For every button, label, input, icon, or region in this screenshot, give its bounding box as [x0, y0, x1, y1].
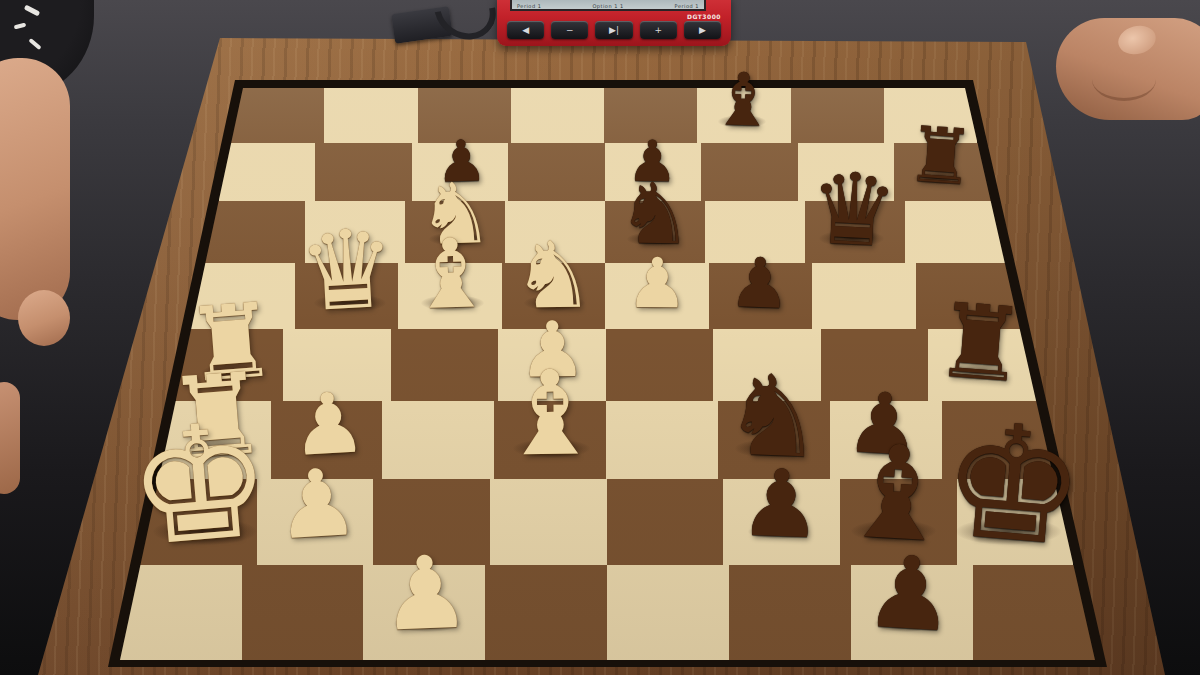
piece-black-queen-c7[interactable]: ♛	[787, 157, 921, 263]
clock-lcd-mid: Option 1 1	[592, 3, 623, 9]
clock-plus-button[interactable]: +	[640, 21, 677, 39]
player-right-finger-crease	[1092, 58, 1156, 101]
piece-white-pawn-g2[interactable]: ♟	[254, 454, 380, 554]
clock-play-pause-button[interactable]: ▶|	[595, 21, 632, 39]
chess-photo-scene: ♜♜♚♛♟♟♟♞♝♞♟♝♟♟♟♜♝♞♛♟♜♞♟♟♝♚♟ Period 1 Opt…	[0, 0, 1200, 675]
player-left-knuckle	[18, 290, 70, 346]
clock-cable-connector	[385, 0, 485, 46]
piece-white-pawn-d5[interactable]: ♟	[612, 248, 702, 318]
sleeve-print	[14, 23, 27, 30]
dgt3000-chess-clock: Period 1 Option 1 1 Period 1 DGT3000 ◀ −…	[497, 0, 731, 46]
player-left-hand	[0, 58, 70, 320]
sleeve-print	[28, 38, 41, 50]
sleeve-print	[24, 5, 40, 17]
clock-forward-button[interactable]: ▶	[684, 21, 721, 39]
clock-back-button[interactable]: ◀	[507, 21, 544, 39]
clock-lcd-left: Period 1	[517, 3, 541, 9]
player-left-forearm	[0, 382, 20, 494]
clock-lcd-display: Period 1 Option 1 1 Period 1	[510, 0, 706, 11]
piece-black-bishop-a6[interactable]: ♝	[695, 63, 792, 138]
piece-black-pawn-d6[interactable]: ♟	[714, 247, 806, 319]
piece-black-pawn-h7[interactable]: ♟	[841, 540, 978, 649]
clock-brand-label: DGT3000	[687, 13, 721, 20]
piece-black-rook-e8[interactable]: ♜	[910, 287, 1050, 399]
piece-white-pawn-h3[interactable]: ♟	[359, 541, 493, 646]
piece-white-bishop-f4[interactable]: ♝	[474, 355, 627, 473]
clock-minus-button[interactable]: −	[551, 21, 588, 39]
clock-lcd-right: Period 1	[675, 3, 699, 9]
clock-button-row: ◀ − ▶| + ▶	[507, 21, 721, 39]
